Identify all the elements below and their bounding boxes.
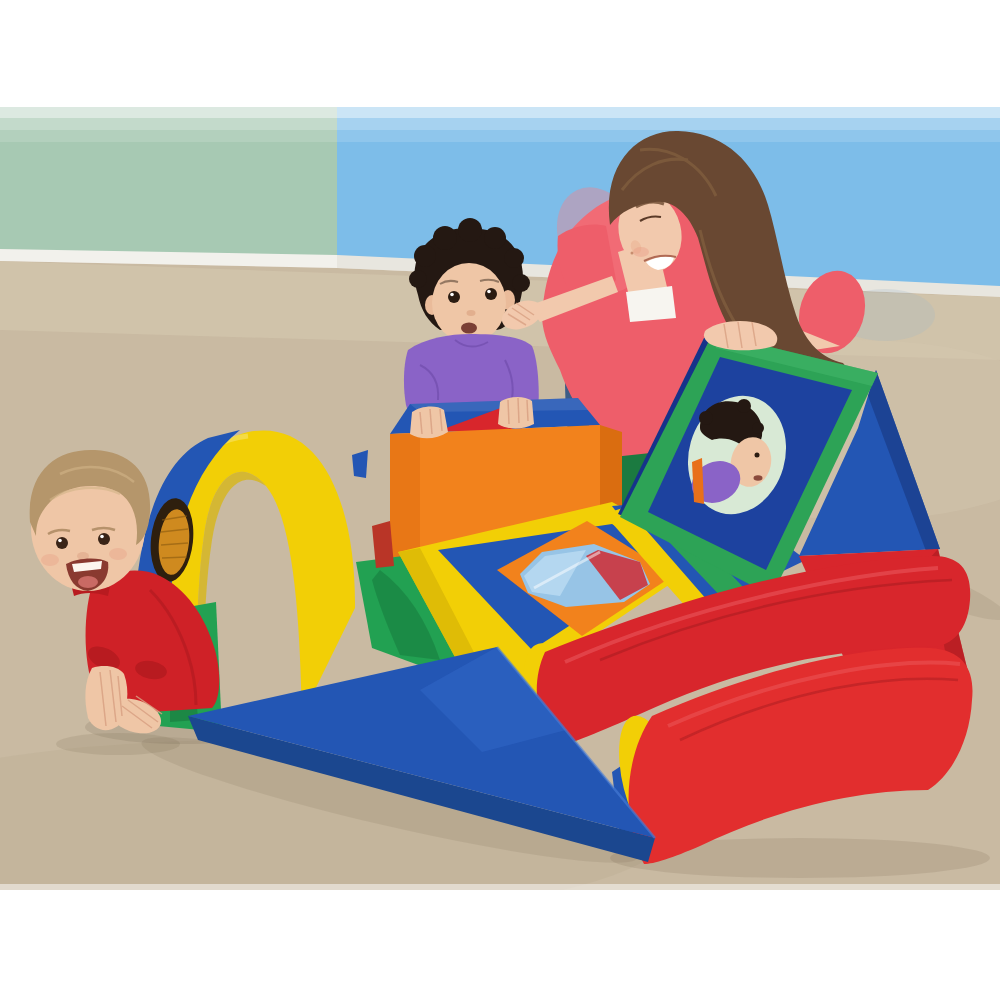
baby-eye-right xyxy=(98,533,110,545)
reflection-mouth xyxy=(754,475,763,481)
baby-eye-glint-right xyxy=(100,535,104,539)
toddler-eye-right xyxy=(485,288,497,300)
reflection-eye xyxy=(755,453,760,458)
soft-play-product-photo xyxy=(0,0,1000,1000)
baby-blush-left xyxy=(41,554,59,566)
top-fade-1 xyxy=(0,100,1000,118)
photo-stage xyxy=(0,0,1000,1000)
baby-eye-glint-left xyxy=(58,539,62,543)
baby-tongue xyxy=(78,576,98,588)
baby-blush-right xyxy=(109,548,127,560)
bottom-white-band xyxy=(0,890,1000,1000)
reflection-curl-2 xyxy=(737,399,751,413)
reflection-curl-1 xyxy=(699,411,713,425)
toddler-nose xyxy=(467,310,476,316)
block-front-shade xyxy=(390,433,420,560)
top-fade-3 xyxy=(0,130,1000,142)
baby-eye-left xyxy=(56,537,68,549)
shadow-under-baby-hands xyxy=(56,733,180,755)
reflection-curl-3 xyxy=(752,422,764,434)
mother-blush xyxy=(633,247,649,257)
toddler-hand-right xyxy=(498,397,534,429)
bottom-fade xyxy=(0,884,1000,891)
toddler-mouth xyxy=(461,323,477,334)
toddler-eye-left xyxy=(448,291,460,303)
toddler-hand-left xyxy=(410,406,448,438)
mother-camisole xyxy=(626,286,676,322)
toddler-eye-glint-left xyxy=(450,293,454,297)
toddler-eye-glint-right xyxy=(487,290,491,294)
top-fade-2 xyxy=(0,118,1000,130)
reflection-orange-sliver xyxy=(692,458,704,504)
